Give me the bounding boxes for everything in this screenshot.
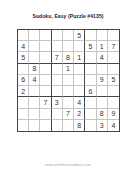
cell-r3c3 <box>40 52 51 63</box>
cell-r2c2 <box>29 41 40 52</box>
cell-r4c1 <box>18 64 29 75</box>
cell-r3c9 <box>108 52 119 63</box>
cell-r4c7 <box>85 64 96 75</box>
cell-r9c1 <box>18 120 29 131</box>
cell-r7c6: 4 <box>74 97 85 108</box>
cell-r5c3 <box>40 75 51 86</box>
cell-r6c6 <box>74 86 85 97</box>
cell-r5c8: 9 <box>97 75 108 86</box>
cell-r3c6: 1 <box>74 52 85 63</box>
footer-url: www.printfreesudoku.com <box>0 162 136 167</box>
cell-r7c1 <box>18 97 29 108</box>
cell-r4c9 <box>108 64 119 75</box>
cell-r5c2: 4 <box>29 75 40 86</box>
cell-r9c9: 4 <box>108 120 119 131</box>
cell-r8c9: 9 <box>108 109 119 120</box>
cell-r7c2 <box>29 97 40 108</box>
cell-r2c9: 7 <box>108 41 119 52</box>
cell-r9c2 <box>29 120 40 131</box>
cell-r2c7: 5 <box>85 41 96 52</box>
cell-r1c7 <box>85 30 96 41</box>
cell-r1c6: 5 <box>74 30 85 41</box>
cell-r3c4: 7 <box>52 52 63 63</box>
cell-r5c4 <box>52 75 63 86</box>
cell-r9c6: 8 <box>74 120 85 131</box>
printable-sudoku-page: Sudoku, Easy (Puzzle #4135) 545175781481… <box>0 0 136 176</box>
cell-r8c4 <box>52 109 63 120</box>
cell-r1c3 <box>40 30 51 41</box>
cell-r8c6: 2 <box>74 109 85 120</box>
cell-r9c8: 3 <box>97 120 108 131</box>
cell-r3c1: 5 <box>18 52 29 63</box>
cell-r5c9: 5 <box>108 75 119 86</box>
cell-r6c9 <box>108 86 119 97</box>
cell-r2c5 <box>63 41 74 52</box>
cell-r8c2 <box>29 109 40 120</box>
cell-r1c8 <box>97 30 108 41</box>
cell-r8c7 <box>85 109 96 120</box>
cell-r8c8: 8 <box>97 109 108 120</box>
cell-r6c4 <box>52 86 63 97</box>
cell-r4c8 <box>97 64 108 75</box>
cell-r7c4: 3 <box>52 97 63 108</box>
cell-r2c1: 4 <box>18 41 29 52</box>
cell-r4c6 <box>74 64 85 75</box>
cell-r5c6 <box>74 75 85 86</box>
cell-r2c6 <box>74 41 85 52</box>
cell-r9c3 <box>40 120 51 131</box>
cell-r1c4 <box>52 30 63 41</box>
puzzle-title: Sudoku, Easy (Puzzle #4135) <box>0 13 136 19</box>
cell-r1c2 <box>29 30 40 41</box>
cell-r7c8 <box>97 97 108 108</box>
cell-r7c7 <box>85 97 96 108</box>
cell-r3c2 <box>29 52 40 63</box>
cell-r5c1: 6 <box>18 75 29 86</box>
cell-r6c1: 2 <box>18 86 29 97</box>
cell-r2c3 <box>40 41 51 52</box>
cell-r5c5 <box>63 75 74 86</box>
cell-r3c7 <box>85 52 96 63</box>
cell-r1c1 <box>18 30 29 41</box>
cell-r6c2 <box>29 86 40 97</box>
cell-r6c5 <box>63 86 74 97</box>
cell-r7c9 <box>108 97 119 108</box>
cell-r2c4 <box>52 41 63 52</box>
sudoku-grid: 5451757814816495267347289834 <box>17 29 120 132</box>
cell-r8c5: 7 <box>63 109 74 120</box>
cell-r6c7: 6 <box>85 86 96 97</box>
cell-r6c3 <box>40 86 51 97</box>
cell-r9c5 <box>63 120 74 131</box>
cell-r3c8: 4 <box>97 52 108 63</box>
cell-r4c5: 1 <box>63 64 74 75</box>
cell-r1c5 <box>63 30 74 41</box>
cell-r4c3 <box>40 64 51 75</box>
cell-r7c3: 7 <box>40 97 51 108</box>
cell-r8c1 <box>18 109 29 120</box>
cell-r4c4 <box>52 64 63 75</box>
cell-r8c3 <box>40 109 51 120</box>
cell-r4c2: 8 <box>29 64 40 75</box>
cell-r1c9 <box>108 30 119 41</box>
cell-r7c5 <box>63 97 74 108</box>
cell-r5c7 <box>85 75 96 86</box>
cell-r9c7 <box>85 120 96 131</box>
cell-r3c5: 8 <box>63 52 74 63</box>
cell-r2c8: 1 <box>97 41 108 52</box>
cell-r9c4 <box>52 120 63 131</box>
cell-r6c8 <box>97 86 108 97</box>
